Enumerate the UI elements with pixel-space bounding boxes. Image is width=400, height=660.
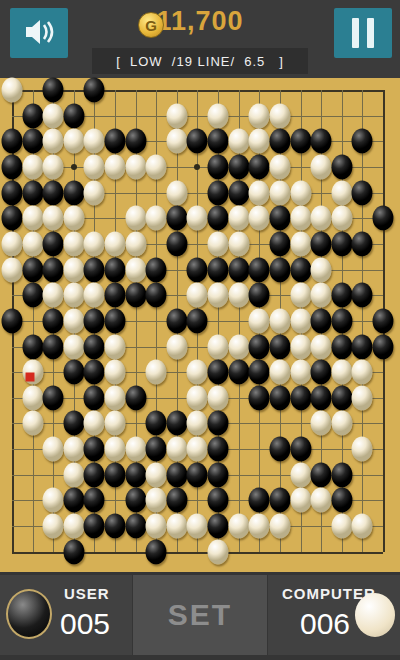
black-stone [208,206,229,231]
black-stone [208,437,229,462]
white-stone [63,462,84,487]
white-stone [63,129,84,154]
black-stone [269,231,290,256]
black-stone [63,539,84,564]
black-stone [84,385,105,410]
black-stone [125,283,146,308]
black-stone [249,360,270,385]
black-stone [2,129,23,154]
bottom-bar: USER 005 SET COMPUTER 006 [0,572,400,660]
black-stone [352,334,373,359]
black-stone [372,206,393,231]
black-stone [105,514,126,539]
grid-line [362,90,363,552]
black-stone [208,257,229,282]
set-button[interactable]: SET [133,575,267,655]
black-stone [105,308,126,333]
black-stone [105,257,126,282]
white-stone [43,514,64,539]
white-stone [2,78,23,103]
white-stone [352,360,373,385]
white-stone [208,334,229,359]
white-stone [331,180,352,205]
white-stone [146,514,167,539]
white-stone [311,154,332,179]
white-stone [146,462,167,487]
black-stone [208,514,229,539]
top-bar: 11,700 G [ LOW /19 LINE/ 6.5 ] [0,0,400,78]
white-stone [125,154,146,179]
black-stone [208,129,229,154]
white-stone [208,283,229,308]
black-stone [43,334,64,359]
white-stone [187,283,208,308]
pause-button[interactable] [334,8,392,58]
black-stone [84,514,105,539]
white-stone [84,231,105,256]
black-stone [249,283,270,308]
black-stone [352,180,373,205]
black-stone [166,488,187,513]
black-stone [84,360,105,385]
white-stone [105,437,126,462]
black-stone [22,180,43,205]
white-stone [125,257,146,282]
black-stone [331,334,352,359]
black-stone [2,154,23,179]
white-stone [290,462,311,487]
black-stone [228,180,249,205]
white-stone [290,360,311,385]
black-stone [228,257,249,282]
black-stone [249,154,270,179]
white-stone [84,154,105,179]
white-stone [84,283,105,308]
white-stone [311,257,332,282]
black-stone [63,180,84,205]
white-stone [269,180,290,205]
white-stone [63,334,84,359]
white-stone [187,385,208,410]
white-stone [208,385,229,410]
white-stone [228,514,249,539]
coin-icon: G [138,12,164,38]
black-stone [105,129,126,154]
black-stone [311,385,332,410]
black-stone [2,180,23,205]
user-score: 005 [60,607,110,641]
white-stone [187,411,208,436]
white-stone [63,308,84,333]
white-stone [146,154,167,179]
white-stone [125,437,146,462]
white-stone [352,437,373,462]
white-stone [331,514,352,539]
black-stone [352,283,373,308]
white-stone [166,514,187,539]
black-stone [166,206,187,231]
white-stone [166,103,187,128]
black-stone [208,488,229,513]
user-black-stone-avatar [6,589,52,639]
computer-panel: COMPUTER 006 [268,575,400,655]
white-stone [63,231,84,256]
white-stone [249,103,270,128]
black-stone [43,385,64,410]
white-stone [166,437,187,462]
white-stone [290,334,311,359]
black-stone [208,154,229,179]
black-stone [290,129,311,154]
black-stone [22,103,43,128]
black-stone [352,231,373,256]
white-stone [269,514,290,539]
black-stone [208,411,229,436]
white-stone [311,411,332,436]
black-stone [311,308,332,333]
go-game-app: 11,700 G [ LOW /19 LINE/ 6.5 ] USER 005 … [0,0,400,660]
black-stone [43,180,64,205]
black-stone [249,257,270,282]
white-stone [22,360,43,385]
black-stone [105,462,126,487]
white-stone [290,231,311,256]
star-point [194,164,200,170]
white-stone [228,283,249,308]
white-stone [125,231,146,256]
white-stone [290,180,311,205]
black-stone [269,334,290,359]
black-stone [63,488,84,513]
white-stone [22,385,43,410]
black-stone [84,78,105,103]
black-stone [2,206,23,231]
white-stone [84,180,105,205]
black-stone [166,411,187,436]
black-stone [84,257,105,282]
white-stone [63,206,84,231]
black-stone [22,283,43,308]
white-stone [228,334,249,359]
white-stone [208,103,229,128]
black-stone [84,334,105,359]
white-stone [290,488,311,513]
black-stone [43,78,64,103]
black-stone [84,308,105,333]
white-stone [187,437,208,462]
star-point [71,164,77,170]
white-stone [2,257,23,282]
black-stone [208,180,229,205]
black-stone [166,231,187,256]
black-stone [269,206,290,231]
white-stone [22,206,43,231]
computer-white-stone-avatar [355,593,395,637]
white-stone [249,206,270,231]
black-stone [352,129,373,154]
white-stone [105,334,126,359]
black-stone [269,129,290,154]
black-stone [331,154,352,179]
white-stone [269,154,290,179]
black-stone [331,488,352,513]
white-stone [84,411,105,436]
white-stone [105,385,126,410]
white-stone [2,231,23,256]
white-stone [352,514,373,539]
white-stone [269,103,290,128]
white-stone [228,206,249,231]
black-stone [290,437,311,462]
black-stone [166,308,187,333]
black-stone [146,539,167,564]
white-stone [84,129,105,154]
black-stone [125,129,146,154]
black-stone [249,488,270,513]
black-stone [331,283,352,308]
black-stone [372,308,393,333]
white-stone [43,129,64,154]
white-stone [352,385,373,410]
white-stone [166,334,187,359]
white-stone [249,129,270,154]
black-stone [228,154,249,179]
black-stone [372,334,393,359]
white-stone [166,180,187,205]
white-stone [63,514,84,539]
black-stone [43,231,64,256]
white-stone [63,257,84,282]
white-stone [43,103,64,128]
white-stone [290,283,311,308]
black-stone [125,385,146,410]
set-button-label: SET [168,598,232,632]
white-stone [208,539,229,564]
white-stone [311,206,332,231]
black-stone [208,360,229,385]
white-stone [43,206,64,231]
black-stone [43,257,64,282]
black-stone [311,231,332,256]
white-stone [146,206,167,231]
computer-score: 006 [300,607,350,641]
black-stone [125,488,146,513]
black-stone [105,283,126,308]
white-stone [249,308,270,333]
black-stone [22,129,43,154]
black-stone [269,437,290,462]
white-stone [22,231,43,256]
pause-icon [352,18,359,48]
white-stone [63,437,84,462]
black-stone [22,257,43,282]
black-stone [146,283,167,308]
white-stone [43,437,64,462]
white-stone [22,411,43,436]
user-panel: USER 005 [0,575,132,655]
white-stone [187,206,208,231]
go-board[interactable] [0,78,400,572]
black-stone [63,360,84,385]
black-stone [249,385,270,410]
black-stone [187,129,208,154]
white-stone [43,283,64,308]
black-stone [311,129,332,154]
black-stone [311,462,332,487]
white-stone [331,360,352,385]
white-stone [146,360,167,385]
black-stone [269,488,290,513]
white-stone [228,231,249,256]
white-stone [187,360,208,385]
white-stone [125,206,146,231]
white-stone [187,514,208,539]
black-stone [166,462,187,487]
black-stone [331,308,352,333]
black-stone [22,334,43,359]
black-stone [146,257,167,282]
white-stone [22,154,43,179]
black-stone [2,308,23,333]
black-stone [228,360,249,385]
black-stone [84,462,105,487]
black-stone [146,411,167,436]
white-stone [146,488,167,513]
white-stone [166,129,187,154]
white-stone [43,154,64,179]
white-stone [105,411,126,436]
black-stone [331,231,352,256]
user-label: USER [64,585,110,602]
white-stone [43,488,64,513]
white-stone [331,206,352,231]
white-stone [290,308,311,333]
black-stone [187,308,208,333]
white-stone [249,180,270,205]
black-stone [84,488,105,513]
black-stone [187,462,208,487]
black-stone [63,103,84,128]
white-stone [269,360,290,385]
last-move-marker [25,373,34,382]
black-stone [269,257,290,282]
black-stone [43,308,64,333]
black-stone [63,411,84,436]
black-stone [290,385,311,410]
white-stone [290,206,311,231]
black-stone [331,462,352,487]
black-stone [208,462,229,487]
game-mode-text: [ LOW /19 LINE/ 6.5 ] [92,48,308,74]
white-stone [63,283,84,308]
black-stone [269,385,290,410]
black-stone [290,257,311,282]
white-stone [208,231,229,256]
white-stone [105,231,126,256]
black-stone [331,385,352,410]
black-stone [125,462,146,487]
white-stone [105,360,126,385]
white-stone [311,488,332,513]
white-stone [105,154,126,179]
white-stone [249,514,270,539]
white-stone [331,411,352,436]
black-stone [249,334,270,359]
white-stone [269,308,290,333]
black-stone [187,257,208,282]
black-stone [84,437,105,462]
black-stone [125,514,146,539]
white-stone [228,129,249,154]
black-stone [311,360,332,385]
white-stone [311,283,332,308]
white-stone [311,334,332,359]
black-stone [146,437,167,462]
